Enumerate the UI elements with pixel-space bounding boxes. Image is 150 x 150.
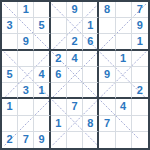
cell-r1c3[interactable] (34, 2, 50, 18)
cell-r2c8[interactable] (116, 18, 132, 34)
cell-r8c3[interactable] (34, 116, 50, 132)
cell-r3c2[interactable]: 9 (18, 34, 34, 50)
given-digit: 9 (104, 69, 110, 80)
given-digit: 6 (87, 36, 93, 47)
cell-r5c8[interactable] (116, 67, 132, 83)
cell-r2c2[interactable] (18, 18, 34, 34)
cell-r6c1[interactable] (2, 83, 18, 99)
given-digit: 2 (7, 134, 13, 145)
cell-r1c5[interactable]: 9 (67, 2, 83, 18)
cell-r2c6[interactable]: 1 (83, 18, 99, 34)
cell-r5c3[interactable]: 4 (34, 67, 50, 83)
given-digit: 2 (71, 36, 77, 47)
cell-r7c7[interactable] (99, 99, 115, 115)
sudoku-board: 1987351992612415469312174187279 (0, 0, 150, 150)
cell-r3c7[interactable] (99, 34, 115, 50)
cell-r5c9[interactable] (132, 67, 148, 83)
cell-r5c5[interactable] (67, 67, 83, 83)
cell-r2c9[interactable]: 9 (132, 18, 148, 34)
cell-r1c8[interactable] (116, 2, 132, 18)
cell-r9c2[interactable]: 7 (18, 132, 34, 148)
given-digit: 8 (104, 4, 110, 15)
cell-r1c4[interactable] (51, 2, 67, 18)
cell-r4c6[interactable] (83, 51, 99, 67)
cell-r3c1[interactable] (2, 34, 18, 50)
given-digit: 7 (104, 118, 110, 129)
given-digit: 2 (137, 85, 143, 96)
cell-r6c2[interactable]: 3 (18, 83, 34, 99)
given-digit: 1 (87, 20, 93, 31)
cell-r4c4[interactable]: 2 (51, 51, 67, 67)
cell-r3c4[interactable] (51, 34, 67, 50)
cell-r9c9[interactable] (132, 132, 148, 148)
cell-r9c7[interactable] (99, 132, 115, 148)
cell-r5c6[interactable] (83, 67, 99, 83)
cell-r9c1[interactable]: 2 (2, 132, 18, 148)
cell-r6c3[interactable]: 1 (34, 83, 50, 99)
cell-r8c2[interactable] (18, 116, 34, 132)
cell-r8c1[interactable] (2, 116, 18, 132)
given-digit: 7 (137, 4, 143, 15)
given-digit: 9 (23, 36, 29, 47)
cell-r6c7[interactable] (99, 83, 115, 99)
cell-r2c7[interactable] (99, 18, 115, 34)
given-digit: 1 (23, 4, 29, 15)
cell-r7c4[interactable] (51, 99, 67, 115)
cell-r2c3[interactable]: 5 (34, 18, 50, 34)
cell-r7c9[interactable] (132, 99, 148, 115)
cell-r1c2[interactable]: 1 (18, 2, 34, 18)
cell-r6c6[interactable] (83, 83, 99, 99)
cell-r6c5[interactable] (67, 83, 83, 99)
cell-r6c8[interactable] (116, 83, 132, 99)
cell-r8c4[interactable]: 1 (51, 116, 67, 132)
cell-r4c8[interactable]: 1 (116, 51, 132, 67)
cell-r8c9[interactable] (132, 116, 148, 132)
given-digit: 6 (55, 69, 61, 80)
cell-r4c9[interactable] (132, 51, 148, 67)
cell-r7c2[interactable] (18, 99, 34, 115)
cell-r8c5[interactable] (67, 116, 83, 132)
given-digit: 1 (55, 118, 61, 129)
cell-r3c9[interactable]: 1 (132, 34, 148, 50)
cell-r1c9[interactable]: 7 (132, 2, 148, 18)
given-digit: 1 (7, 101, 13, 112)
cell-r5c2[interactable] (18, 67, 34, 83)
given-digit: 9 (71, 4, 77, 15)
given-digit: 1 (38, 85, 44, 96)
given-digit: 5 (38, 20, 44, 31)
cell-r5c7[interactable]: 9 (99, 67, 115, 83)
cell-r6c9[interactable]: 2 (132, 83, 148, 99)
given-digit: 9 (137, 20, 143, 31)
cell-r5c1[interactable]: 5 (2, 67, 18, 83)
cell-r4c7[interactable] (99, 51, 115, 67)
cell-r3c3[interactable] (34, 34, 50, 50)
cell-r4c5[interactable]: 4 (67, 51, 83, 67)
cell-r5c4[interactable]: 6 (51, 67, 67, 83)
cell-r7c6[interactable] (83, 99, 99, 115)
given-digit: 4 (38, 69, 44, 80)
cell-r8c8[interactable] (116, 116, 132, 132)
given-digit: 4 (71, 53, 77, 64)
given-digit: 1 (120, 53, 126, 64)
cell-r1c6[interactable] (83, 2, 99, 18)
given-digit: 7 (23, 134, 29, 145)
cell-r2c4[interactable] (51, 18, 67, 34)
cell-r9c3[interactable]: 9 (34, 132, 50, 148)
cell-r2c1[interactable]: 3 (2, 18, 18, 34)
cell-r7c3[interactable] (34, 99, 50, 115)
cell-r3c6[interactable]: 6 (83, 34, 99, 50)
cell-r7c5[interactable]: 7 (67, 99, 83, 115)
cell-r7c1[interactable]: 1 (2, 99, 18, 115)
cell-r9c6[interactable] (83, 132, 99, 148)
cell-r8c7[interactable]: 7 (99, 116, 115, 132)
cell-r3c5[interactable]: 2 (67, 34, 83, 50)
cell-r9c8[interactable] (116, 132, 132, 148)
cell-r1c1[interactable] (2, 2, 18, 18)
cell-r4c2[interactable] (18, 51, 34, 67)
cell-r9c4[interactable] (51, 132, 67, 148)
given-digit: 3 (23, 85, 29, 96)
given-digit: 8 (87, 118, 93, 129)
cell-r2c5[interactable] (67, 18, 83, 34)
given-digit: 3 (7, 20, 13, 31)
cell-r1c7[interactable]: 8 (99, 2, 115, 18)
cell-r9c5[interactable] (67, 132, 83, 148)
given-digit: 4 (120, 101, 126, 112)
cell-r6c4[interactable] (51, 83, 67, 99)
given-digit: 1 (137, 36, 143, 47)
cell-r4c3[interactable] (34, 51, 50, 67)
cell-r3c8[interactable] (116, 34, 132, 50)
cell-r8c6[interactable]: 8 (83, 116, 99, 132)
given-digit: 9 (38, 134, 44, 145)
cell-r7c8[interactable]: 4 (116, 99, 132, 115)
cell-r4c1[interactable] (2, 51, 18, 67)
given-digit: 2 (55, 53, 61, 64)
given-digit: 7 (71, 101, 77, 112)
given-digit: 5 (7, 69, 13, 80)
